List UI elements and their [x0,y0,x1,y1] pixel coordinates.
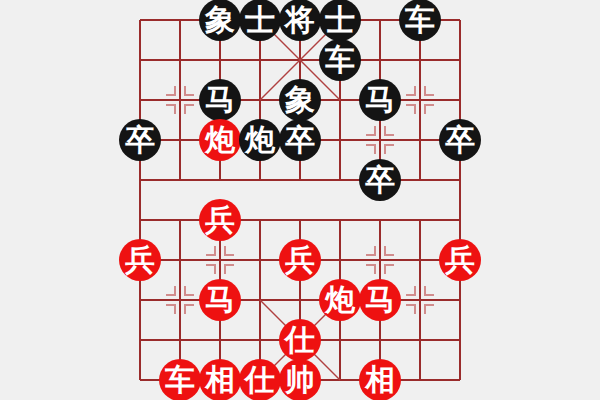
point-5-8[interactable] [320,320,360,360]
point-2-4[interactable] [200,160,240,200]
point-2-1[interactable] [200,40,240,80]
piece-red-soldier[interactable]: 兵 [279,239,321,281]
point-0-8[interactable] [120,320,160,360]
point-1-2[interactable] [160,80,200,120]
piece-red-elephant[interactable]: 相 [199,359,241,400]
point-6-4[interactable]: 卒 [360,160,400,200]
point-6-7[interactable]: 马 [360,280,400,320]
point-3-1[interactable] [240,40,280,80]
point-7-1[interactable] [400,40,440,80]
point-4-2[interactable]: 象 [280,80,320,120]
point-2-3[interactable]: 炮 [200,120,240,160]
point-4-6[interactable]: 兵 [280,240,320,280]
piece-black-soldier[interactable]: 卒 [439,119,481,161]
point-7-4[interactable] [400,160,440,200]
point-7-0[interactable]: 车 [400,0,440,40]
point-5-7[interactable]: 炮 [320,280,360,320]
piece-red-soldier[interactable]: 兵 [199,199,241,241]
point-0-2[interactable] [120,80,160,120]
piece-red-cannon[interactable]: 炮 [199,119,241,161]
piece-red-soldier[interactable]: 兵 [439,239,481,281]
point-7-6[interactable] [400,240,440,280]
piece-red-elephant[interactable]: 相 [359,359,401,400]
point-0-4[interactable] [120,160,160,200]
piece-black-general[interactable]: 将 [279,0,321,41]
piece-black-soldier[interactable]: 卒 [359,159,401,201]
piece-black-soldier[interactable]: 卒 [119,119,161,161]
piece-red-horse[interactable]: 马 [359,279,401,321]
point-2-8[interactable] [200,320,240,360]
point-8-5[interactable] [440,200,480,240]
point-6-1[interactable] [360,40,400,80]
point-1-3[interactable] [160,120,200,160]
piece-black-elephant[interactable]: 象 [199,0,241,41]
point-4-1[interactable] [280,40,320,80]
point-5-9[interactable] [320,360,360,400]
point-1-9[interactable]: 车 [160,360,200,400]
point-4-8[interactable]: 仕 [280,320,320,360]
piece-red-horse[interactable]: 马 [199,279,241,321]
piece-red-soldier[interactable]: 兵 [119,239,161,281]
point-5-1[interactable]: 车 [320,40,360,80]
point-8-0[interactable] [440,0,480,40]
point-4-7[interactable] [280,280,320,320]
point-3-6[interactable] [240,240,280,280]
point-6-0[interactable] [360,0,400,40]
point-7-7[interactable] [400,280,440,320]
point-7-2[interactable] [400,80,440,120]
point-6-3[interactable] [360,120,400,160]
point-6-6[interactable] [360,240,400,280]
point-0-3[interactable]: 卒 [120,120,160,160]
point-1-0[interactable] [160,0,200,40]
point-8-6[interactable]: 兵 [440,240,480,280]
point-6-5[interactable] [360,200,400,240]
point-4-3[interactable]: 卒 [280,120,320,160]
point-1-1[interactable] [160,40,200,80]
point-5-5[interactable] [320,200,360,240]
point-5-3[interactable] [320,120,360,160]
point-0-1[interactable] [120,40,160,80]
piece-black-horse[interactable]: 马 [199,79,241,121]
point-5-4[interactable] [320,160,360,200]
point-1-7[interactable] [160,280,200,320]
point-0-9[interactable] [120,360,160,400]
point-5-2[interactable] [320,80,360,120]
point-3-9[interactable]: 仕 [240,360,280,400]
piece-black-horse[interactable]: 马 [359,79,401,121]
point-2-7[interactable]: 马 [200,280,240,320]
point-7-3[interactable] [400,120,440,160]
point-3-0[interactable]: 士 [240,0,280,40]
point-4-5[interactable] [280,200,320,240]
point-7-8[interactable] [400,320,440,360]
point-2-0[interactable]: 象 [200,0,240,40]
point-8-3[interactable]: 卒 [440,120,480,160]
point-0-7[interactable] [120,280,160,320]
piece-black-advisor[interactable]: 士 [319,0,361,41]
point-7-5[interactable] [400,200,440,240]
piece-black-elephant[interactable]: 象 [279,79,321,121]
piece-black-advisor[interactable]: 士 [239,0,281,41]
point-3-7[interactable] [240,280,280,320]
point-1-8[interactable] [160,320,200,360]
point-4-4[interactable] [280,160,320,200]
point-0-6[interactable]: 兵 [120,240,160,280]
point-8-2[interactable] [440,80,480,120]
piece-black-chariot[interactable]: 车 [319,39,361,81]
board-points: 象士将士车车马象马卒炮炮卒卒卒兵兵兵兵马炮马仕车相仕帅相 [120,0,480,400]
point-8-8[interactable] [440,320,480,360]
point-2-2[interactable]: 马 [200,80,240,120]
point-5-6[interactable] [320,240,360,280]
piece-red-cannon[interactable]: 炮 [319,279,361,321]
piece-black-chariot[interactable]: 车 [399,0,441,41]
point-8-4[interactable] [440,160,480,200]
point-6-8[interactable] [360,320,400,360]
point-0-0[interactable] [120,0,160,40]
piece-red-advisor[interactable]: 仕 [279,319,321,361]
point-7-9[interactable] [400,360,440,400]
point-2-5[interactable]: 兵 [200,200,240,240]
point-3-3[interactable]: 炮 [240,120,280,160]
point-1-5[interactable] [160,200,200,240]
piece-red-advisor[interactable]: 仕 [239,359,281,400]
point-8-9[interactable] [440,360,480,400]
point-8-7[interactable] [440,280,480,320]
piece-red-general[interactable]: 帅 [279,359,321,400]
point-1-4[interactable] [160,160,200,200]
point-2-9[interactable]: 相 [200,360,240,400]
point-3-8[interactable] [240,320,280,360]
point-1-6[interactable] [160,240,200,280]
point-8-1[interactable] [440,40,480,80]
piece-black-soldier[interactable]: 卒 [279,119,321,161]
point-6-9[interactable]: 相 [360,360,400,400]
point-5-0[interactable]: 士 [320,0,360,40]
point-6-2[interactable]: 马 [360,80,400,120]
piece-red-chariot[interactable]: 车 [159,359,201,400]
point-3-5[interactable] [240,200,280,240]
piece-black-cannon[interactable]: 炮 [239,119,281,161]
point-4-9[interactable]: 帅 [280,360,320,400]
point-3-4[interactable] [240,160,280,200]
point-2-6[interactable] [200,240,240,280]
point-3-2[interactable] [240,80,280,120]
xiangqi-board: 象士将士车车马象马卒炮炮卒卒卒兵兵兵兵马炮马仕车相仕帅相 [0,0,600,400]
point-4-0[interactable]: 将 [280,0,320,40]
point-0-5[interactable] [120,200,160,240]
